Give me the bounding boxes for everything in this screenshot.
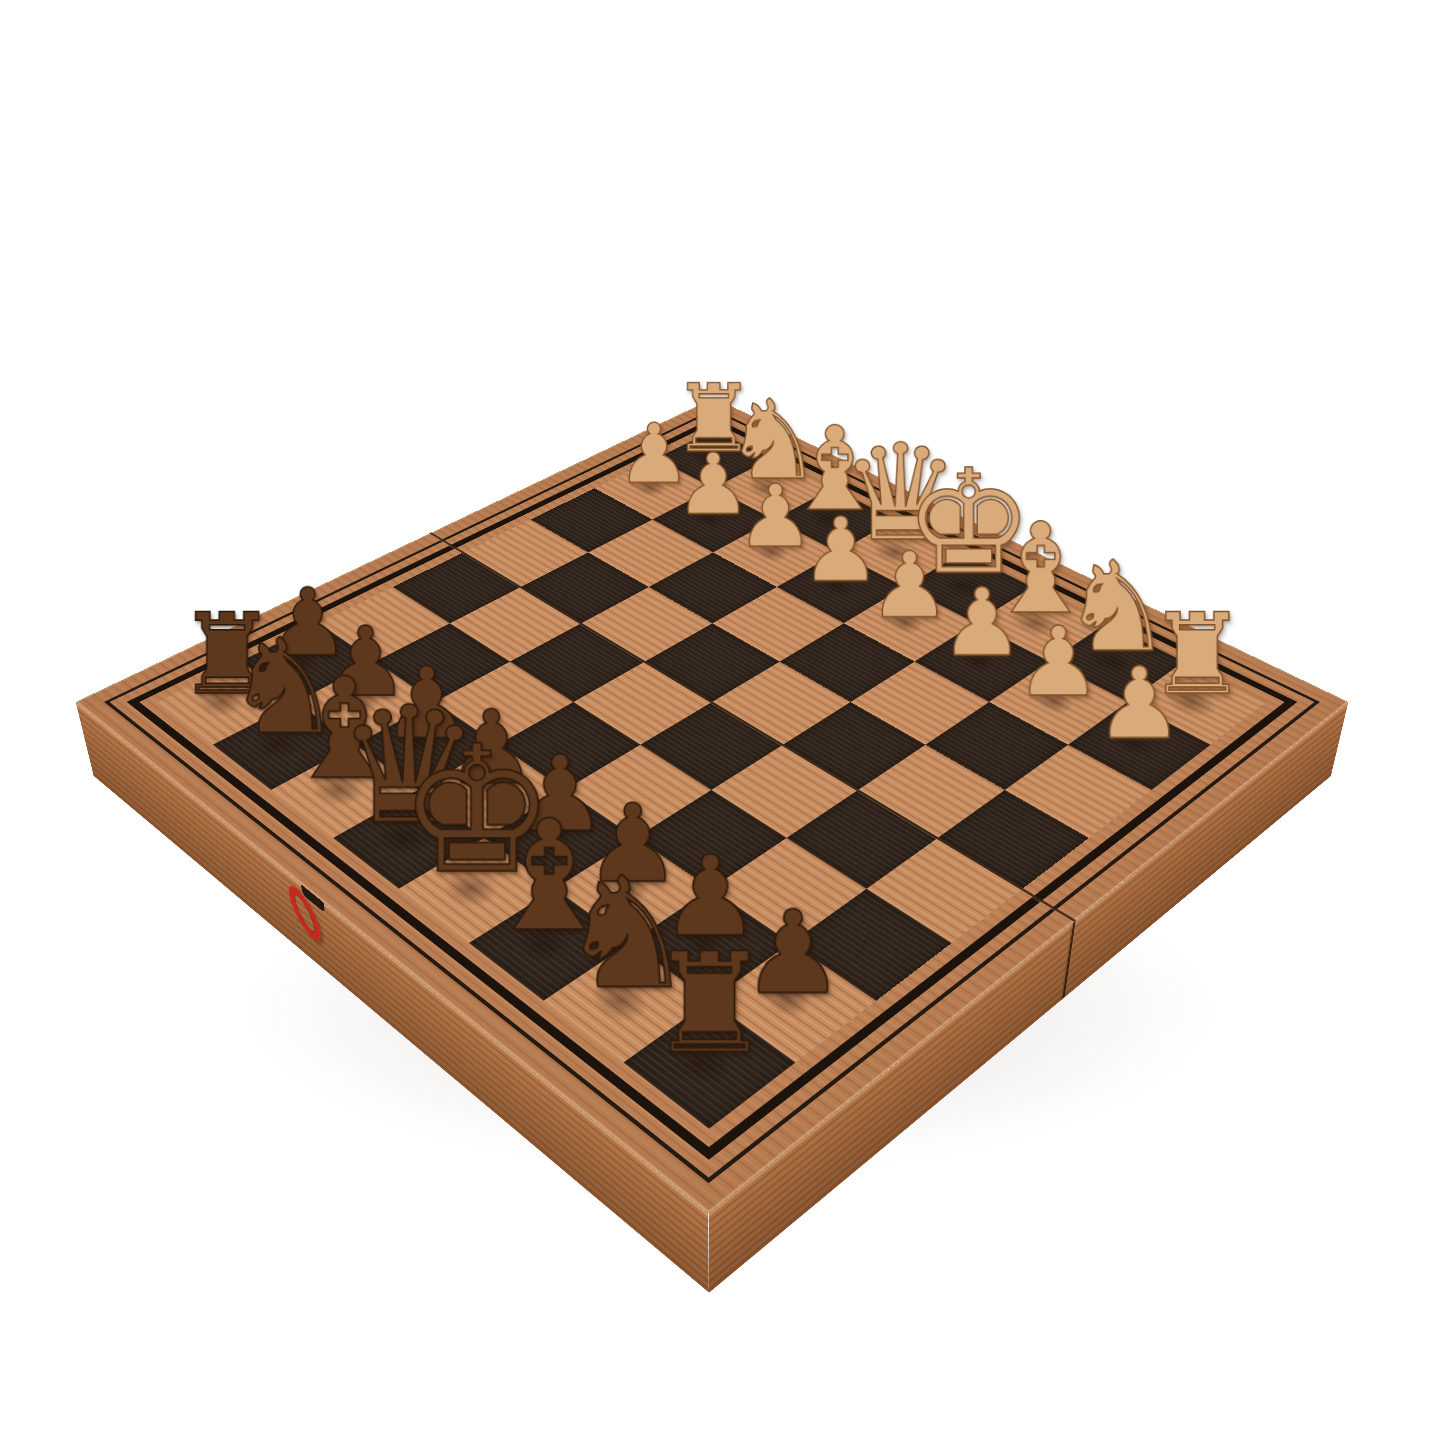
pawn-glyph: ♟ (1015, 614, 1101, 710)
pawn-glyph: ♟ (869, 540, 951, 631)
square-h8[interactable]: ♜ (624, 1001, 796, 1129)
square-h2[interactable]: ♟ (1068, 702, 1211, 790)
square-f4[interactable] (783, 702, 926, 790)
pawn-glyph: ♟ (1095, 654, 1184, 753)
pawn-glyph: ♟ (940, 576, 1024, 669)
product-photo-scene: ♜♞♝♛♚♝♞♜♟♟♟♟♟♟♟♟♟♟♟♟♟♟♟♟♜♞♝♛♚♝♞♜ (0, 0, 1445, 1445)
rook-glyph: ♜ (647, 934, 772, 1073)
fold-seam-side (1062, 920, 1075, 999)
square-h4[interactable] (938, 790, 1089, 889)
